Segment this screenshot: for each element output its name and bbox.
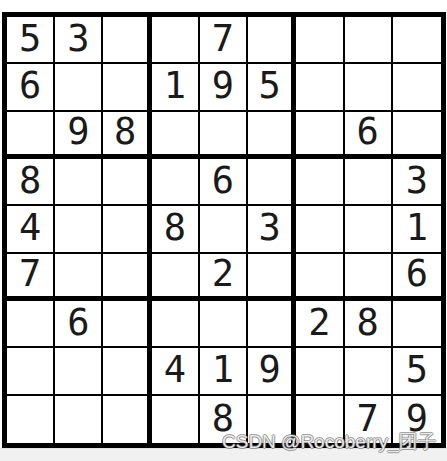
given-digit: 6 <box>212 162 234 199</box>
cell-r5c7[interactable] <box>296 206 344 253</box>
cell-r3c2[interactable]: 9 <box>55 112 103 159</box>
cell-r7c4[interactable] <box>152 301 200 348</box>
cell-r4c5[interactable]: 6 <box>200 159 248 206</box>
cell-r6c9[interactable]: 6 <box>393 254 441 301</box>
cell-r2c4[interactable]: 1 <box>152 64 200 111</box>
given-digit: 7 <box>19 255 41 292</box>
cell-r2c5[interactable]: 9 <box>200 64 248 111</box>
cell-r8c9[interactable]: 5 <box>393 348 441 395</box>
cell-r1c9[interactable] <box>393 17 441 64</box>
cell-r5c8[interactable] <box>345 206 393 253</box>
cell-r2c2[interactable] <box>55 64 103 111</box>
cell-r1c3[interactable] <box>103 17 151 64</box>
cell-r6c7[interactable] <box>296 254 344 301</box>
given-digit: 5 <box>259 67 281 104</box>
given-digit: 6 <box>357 113 379 150</box>
sudoku-screenshot: 537619598686348317266284195879 CSDN @Roc… <box>0 0 447 461</box>
cell-r6c3[interactable] <box>103 254 151 301</box>
cell-r4c7[interactable] <box>296 159 344 206</box>
cell-r7c6[interactable] <box>248 301 296 348</box>
cell-r1c4[interactable] <box>152 17 200 64</box>
cell-r8c3[interactable] <box>103 348 151 395</box>
cell-r1c8[interactable] <box>345 17 393 64</box>
given-digit: 1 <box>212 351 234 388</box>
given-digit: 7 <box>212 20 234 57</box>
given-digit: 9 <box>67 113 89 150</box>
cell-r5c6[interactable]: 3 <box>248 206 296 253</box>
cell-r1c2[interactable]: 3 <box>55 17 103 64</box>
cell-r7c9[interactable] <box>393 301 441 348</box>
footer-strip <box>0 448 447 461</box>
cell-r1c7[interactable] <box>296 17 344 64</box>
cell-r2c9[interactable] <box>393 64 441 111</box>
cell-r7c3[interactable] <box>103 301 151 348</box>
given-digit: 2 <box>308 304 330 341</box>
cell-r9c7[interactable] <box>296 396 344 443</box>
cell-r9c8[interactable]: 7 <box>345 396 393 443</box>
cell-r3c9[interactable] <box>393 112 441 159</box>
given-digit: 6 <box>406 255 428 292</box>
given-digit: 8 <box>357 304 379 341</box>
cell-r8c6[interactable]: 9 <box>248 348 296 395</box>
given-digit: 2 <box>212 255 234 292</box>
cell-r1c1[interactable]: 5 <box>7 17 55 64</box>
cell-r3c3[interactable]: 8 <box>103 112 151 159</box>
given-digit: 3 <box>406 162 428 199</box>
cell-r8c4[interactable]: 4 <box>152 348 200 395</box>
cell-r8c7[interactable] <box>296 348 344 395</box>
cell-r9c2[interactable] <box>55 396 103 443</box>
given-digit: 1 <box>164 67 186 104</box>
cell-r4c2[interactable] <box>55 159 103 206</box>
cell-r4c3[interactable] <box>103 159 151 206</box>
given-digit: 5 <box>19 20 41 57</box>
sudoku-board: 537619598686348317266284195879 <box>2 12 446 448</box>
cell-r7c8[interactable]: 8 <box>345 301 393 348</box>
given-digit: 6 <box>19 67 41 104</box>
given-digit: 1 <box>406 209 428 246</box>
cell-r2c7[interactable] <box>296 64 344 111</box>
cell-r6c5[interactable]: 2 <box>200 254 248 301</box>
cell-r2c3[interactable] <box>103 64 151 111</box>
given-digit: 9 <box>212 67 234 104</box>
given-digit: 8 <box>114 113 136 150</box>
given-digit: 8 <box>19 162 41 199</box>
cell-r4c1[interactable]: 8 <box>7 159 55 206</box>
cell-r5c3[interactable] <box>103 206 151 253</box>
cell-r5c5[interactable] <box>200 206 248 253</box>
cell-r8c5[interactable]: 1 <box>200 348 248 395</box>
cell-r4c6[interactable] <box>248 159 296 206</box>
given-digit: 9 <box>406 400 428 437</box>
cell-r3c1[interactable] <box>7 112 55 159</box>
cell-r9c6[interactable] <box>248 396 296 443</box>
given-digit: 5 <box>406 351 428 388</box>
cell-r5c4[interactable]: 8 <box>152 206 200 253</box>
given-digit: 3 <box>259 209 281 246</box>
cell-r7c7[interactable]: 2 <box>296 301 344 348</box>
cell-r3c6[interactable] <box>248 112 296 159</box>
cell-r2c1[interactable]: 6 <box>7 64 55 111</box>
cell-r9c4[interactable] <box>152 396 200 443</box>
cell-r2c8[interactable] <box>345 64 393 111</box>
cell-r6c4[interactable] <box>152 254 200 301</box>
given-digit: 9 <box>259 351 281 388</box>
cell-r3c7[interactable] <box>296 112 344 159</box>
given-digit: 8 <box>212 400 234 437</box>
cell-r7c1[interactable] <box>7 301 55 348</box>
cell-r5c2[interactable] <box>55 206 103 253</box>
cell-r6c6[interactable] <box>248 254 296 301</box>
cell-r6c2[interactable] <box>55 254 103 301</box>
cell-r1c6[interactable] <box>248 17 296 64</box>
cell-r9c5[interactable]: 8 <box>200 396 248 443</box>
cell-r8c2[interactable] <box>55 348 103 395</box>
cell-r3c5[interactable] <box>200 112 248 159</box>
given-digit: 3 <box>67 20 89 57</box>
given-digit: 7 <box>357 400 379 437</box>
cell-r5c1[interactable]: 4 <box>7 206 55 253</box>
given-digit: 4 <box>19 209 41 246</box>
given-digit: 8 <box>164 209 186 246</box>
cell-r4c4[interactable] <box>152 159 200 206</box>
given-digit: 6 <box>67 304 89 341</box>
cell-r9c1[interactable] <box>7 396 55 443</box>
cell-r3c8[interactable]: 6 <box>345 112 393 159</box>
cell-r6c1[interactable]: 7 <box>7 254 55 301</box>
cell-r6c8[interactable] <box>345 254 393 301</box>
cell-r9c9[interactable]: 9 <box>393 396 441 443</box>
cell-r4c9[interactable]: 3 <box>393 159 441 206</box>
cell-r1c5[interactable]: 7 <box>200 17 248 64</box>
cell-r2c6[interactable]: 5 <box>248 64 296 111</box>
cell-r8c1[interactable] <box>7 348 55 395</box>
cell-r9c3[interactable] <box>103 396 151 443</box>
cell-r8c8[interactable] <box>345 348 393 395</box>
cell-r7c5[interactable] <box>200 301 248 348</box>
given-digit: 4 <box>164 351 186 388</box>
cell-r7c2[interactable]: 6 <box>55 301 103 348</box>
cell-r4c8[interactable] <box>345 159 393 206</box>
cell-r3c4[interactable] <box>152 112 200 159</box>
cell-r5c9[interactable]: 1 <box>393 206 441 253</box>
